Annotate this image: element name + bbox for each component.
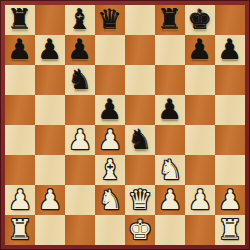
square-f6[interactable] bbox=[155, 65, 185, 95]
square-a1[interactable]: ♜ bbox=[5, 215, 35, 245]
square-d4[interactable]: ♟ bbox=[95, 125, 125, 155]
square-h4[interactable] bbox=[215, 125, 245, 155]
piece-black-knight[interactable]: ♞ bbox=[68, 66, 92, 93]
square-a5[interactable] bbox=[5, 95, 35, 125]
square-b8[interactable] bbox=[35, 5, 65, 35]
square-f2[interactable]: ♟ bbox=[155, 185, 185, 215]
square-b1[interactable] bbox=[35, 215, 65, 245]
square-d1[interactable] bbox=[95, 215, 125, 245]
piece-black-rook[interactable]: ♜ bbox=[8, 6, 32, 33]
square-e2[interactable]: ♛ bbox=[125, 185, 155, 215]
square-f4[interactable] bbox=[155, 125, 185, 155]
square-h1[interactable]: ♜ bbox=[215, 215, 245, 245]
piece-black-pawn[interactable]: ♟ bbox=[68, 36, 92, 63]
square-c7[interactable]: ♟ bbox=[65, 35, 95, 65]
square-h8[interactable] bbox=[215, 5, 245, 35]
square-d5[interactable]: ♟ bbox=[95, 95, 125, 125]
square-g8[interactable]: ♚ bbox=[185, 5, 215, 35]
piece-black-pawn[interactable]: ♟ bbox=[188, 36, 212, 63]
square-f8[interactable]: ♜ bbox=[155, 5, 185, 35]
square-d8[interactable]: ♛ bbox=[95, 5, 125, 35]
piece-white-pawn[interactable]: ♟ bbox=[188, 186, 212, 213]
piece-white-pawn[interactable]: ♟ bbox=[38, 186, 62, 213]
piece-white-pawn[interactable]: ♟ bbox=[218, 186, 242, 213]
square-f3[interactable]: ♞ bbox=[155, 155, 185, 185]
square-f5[interactable]: ♟ bbox=[155, 95, 185, 125]
piece-white-king[interactable]: ♚ bbox=[128, 216, 152, 243]
square-c4[interactable]: ♟ bbox=[65, 125, 95, 155]
square-e7[interactable] bbox=[125, 35, 155, 65]
piece-black-king[interactable]: ♚ bbox=[188, 6, 212, 33]
piece-white-knight[interactable]: ♞ bbox=[158, 156, 182, 183]
square-e3[interactable] bbox=[125, 155, 155, 185]
square-d3[interactable]: ♝ bbox=[95, 155, 125, 185]
piece-black-pawn[interactable]: ♟ bbox=[38, 36, 62, 63]
square-c6[interactable]: ♞ bbox=[65, 65, 95, 95]
piece-white-pawn[interactable]: ♟ bbox=[158, 186, 182, 213]
square-h7[interactable]: ♟ bbox=[215, 35, 245, 65]
square-e5[interactable] bbox=[125, 95, 155, 125]
piece-black-pawn[interactable]: ♟ bbox=[158, 96, 182, 123]
square-g2[interactable]: ♟ bbox=[185, 185, 215, 215]
square-f1[interactable] bbox=[155, 215, 185, 245]
piece-white-queen[interactable]: ♛ bbox=[128, 186, 152, 213]
square-a7[interactable]: ♟ bbox=[5, 35, 35, 65]
square-e6[interactable] bbox=[125, 65, 155, 95]
chess-board: ♜♝♛♜♚♟♟♟♟♟♞♟♟♟♟♞♝♞♟♟♞♛♟♟♟♜♚♜ bbox=[5, 5, 245, 245]
square-g6[interactable] bbox=[185, 65, 215, 95]
piece-white-knight[interactable]: ♞ bbox=[98, 186, 122, 213]
square-a8[interactable]: ♜ bbox=[5, 5, 35, 35]
square-g7[interactable]: ♟ bbox=[185, 35, 215, 65]
piece-black-pawn[interactable]: ♟ bbox=[218, 36, 242, 63]
square-e1[interactable]: ♚ bbox=[125, 215, 155, 245]
piece-white-pawn[interactable]: ♟ bbox=[8, 186, 32, 213]
piece-white-rook[interactable]: ♜ bbox=[218, 216, 242, 243]
square-g3[interactable] bbox=[185, 155, 215, 185]
square-a2[interactable]: ♟ bbox=[5, 185, 35, 215]
square-e4[interactable]: ♞ bbox=[125, 125, 155, 155]
square-b4[interactable] bbox=[35, 125, 65, 155]
piece-black-rook[interactable]: ♜ bbox=[158, 6, 182, 33]
piece-black-queen[interactable]: ♛ bbox=[98, 6, 122, 33]
square-e8[interactable] bbox=[125, 5, 155, 35]
square-h5[interactable] bbox=[215, 95, 245, 125]
piece-white-rook[interactable]: ♜ bbox=[8, 216, 32, 243]
square-d7[interactable] bbox=[95, 35, 125, 65]
square-d2[interactable]: ♞ bbox=[95, 185, 125, 215]
piece-black-pawn[interactable]: ♟ bbox=[8, 36, 32, 63]
square-b6[interactable] bbox=[35, 65, 65, 95]
square-b3[interactable] bbox=[35, 155, 65, 185]
square-c8[interactable]: ♝ bbox=[65, 5, 95, 35]
square-c3[interactable] bbox=[65, 155, 95, 185]
board-frame: ♜♝♛♜♚♟♟♟♟♟♞♟♟♟♟♞♝♞♟♟♞♛♟♟♟♜♚♜ bbox=[0, 0, 250, 250]
square-h2[interactable]: ♟ bbox=[215, 185, 245, 215]
square-d6[interactable] bbox=[95, 65, 125, 95]
piece-white-pawn[interactable]: ♟ bbox=[68, 126, 92, 153]
piece-black-pawn[interactable]: ♟ bbox=[98, 96, 122, 123]
square-c5[interactable] bbox=[65, 95, 95, 125]
square-b7[interactable]: ♟ bbox=[35, 35, 65, 65]
square-h3[interactable] bbox=[215, 155, 245, 185]
square-c2[interactable] bbox=[65, 185, 95, 215]
square-g1[interactable] bbox=[185, 215, 215, 245]
square-b5[interactable] bbox=[35, 95, 65, 125]
piece-black-bishop[interactable]: ♝ bbox=[68, 6, 92, 33]
square-b2[interactable]: ♟ bbox=[35, 185, 65, 215]
piece-white-pawn[interactable]: ♟ bbox=[98, 126, 122, 153]
square-a6[interactable] bbox=[5, 65, 35, 95]
square-g5[interactable] bbox=[185, 95, 215, 125]
square-c1[interactable] bbox=[65, 215, 95, 245]
square-a4[interactable] bbox=[5, 125, 35, 155]
piece-black-knight[interactable]: ♞ bbox=[128, 126, 152, 153]
square-a3[interactable] bbox=[5, 155, 35, 185]
piece-white-bishop[interactable]: ♝ bbox=[98, 156, 122, 183]
square-h6[interactable] bbox=[215, 65, 245, 95]
square-g4[interactable] bbox=[185, 125, 215, 155]
square-f7[interactable] bbox=[155, 35, 185, 65]
